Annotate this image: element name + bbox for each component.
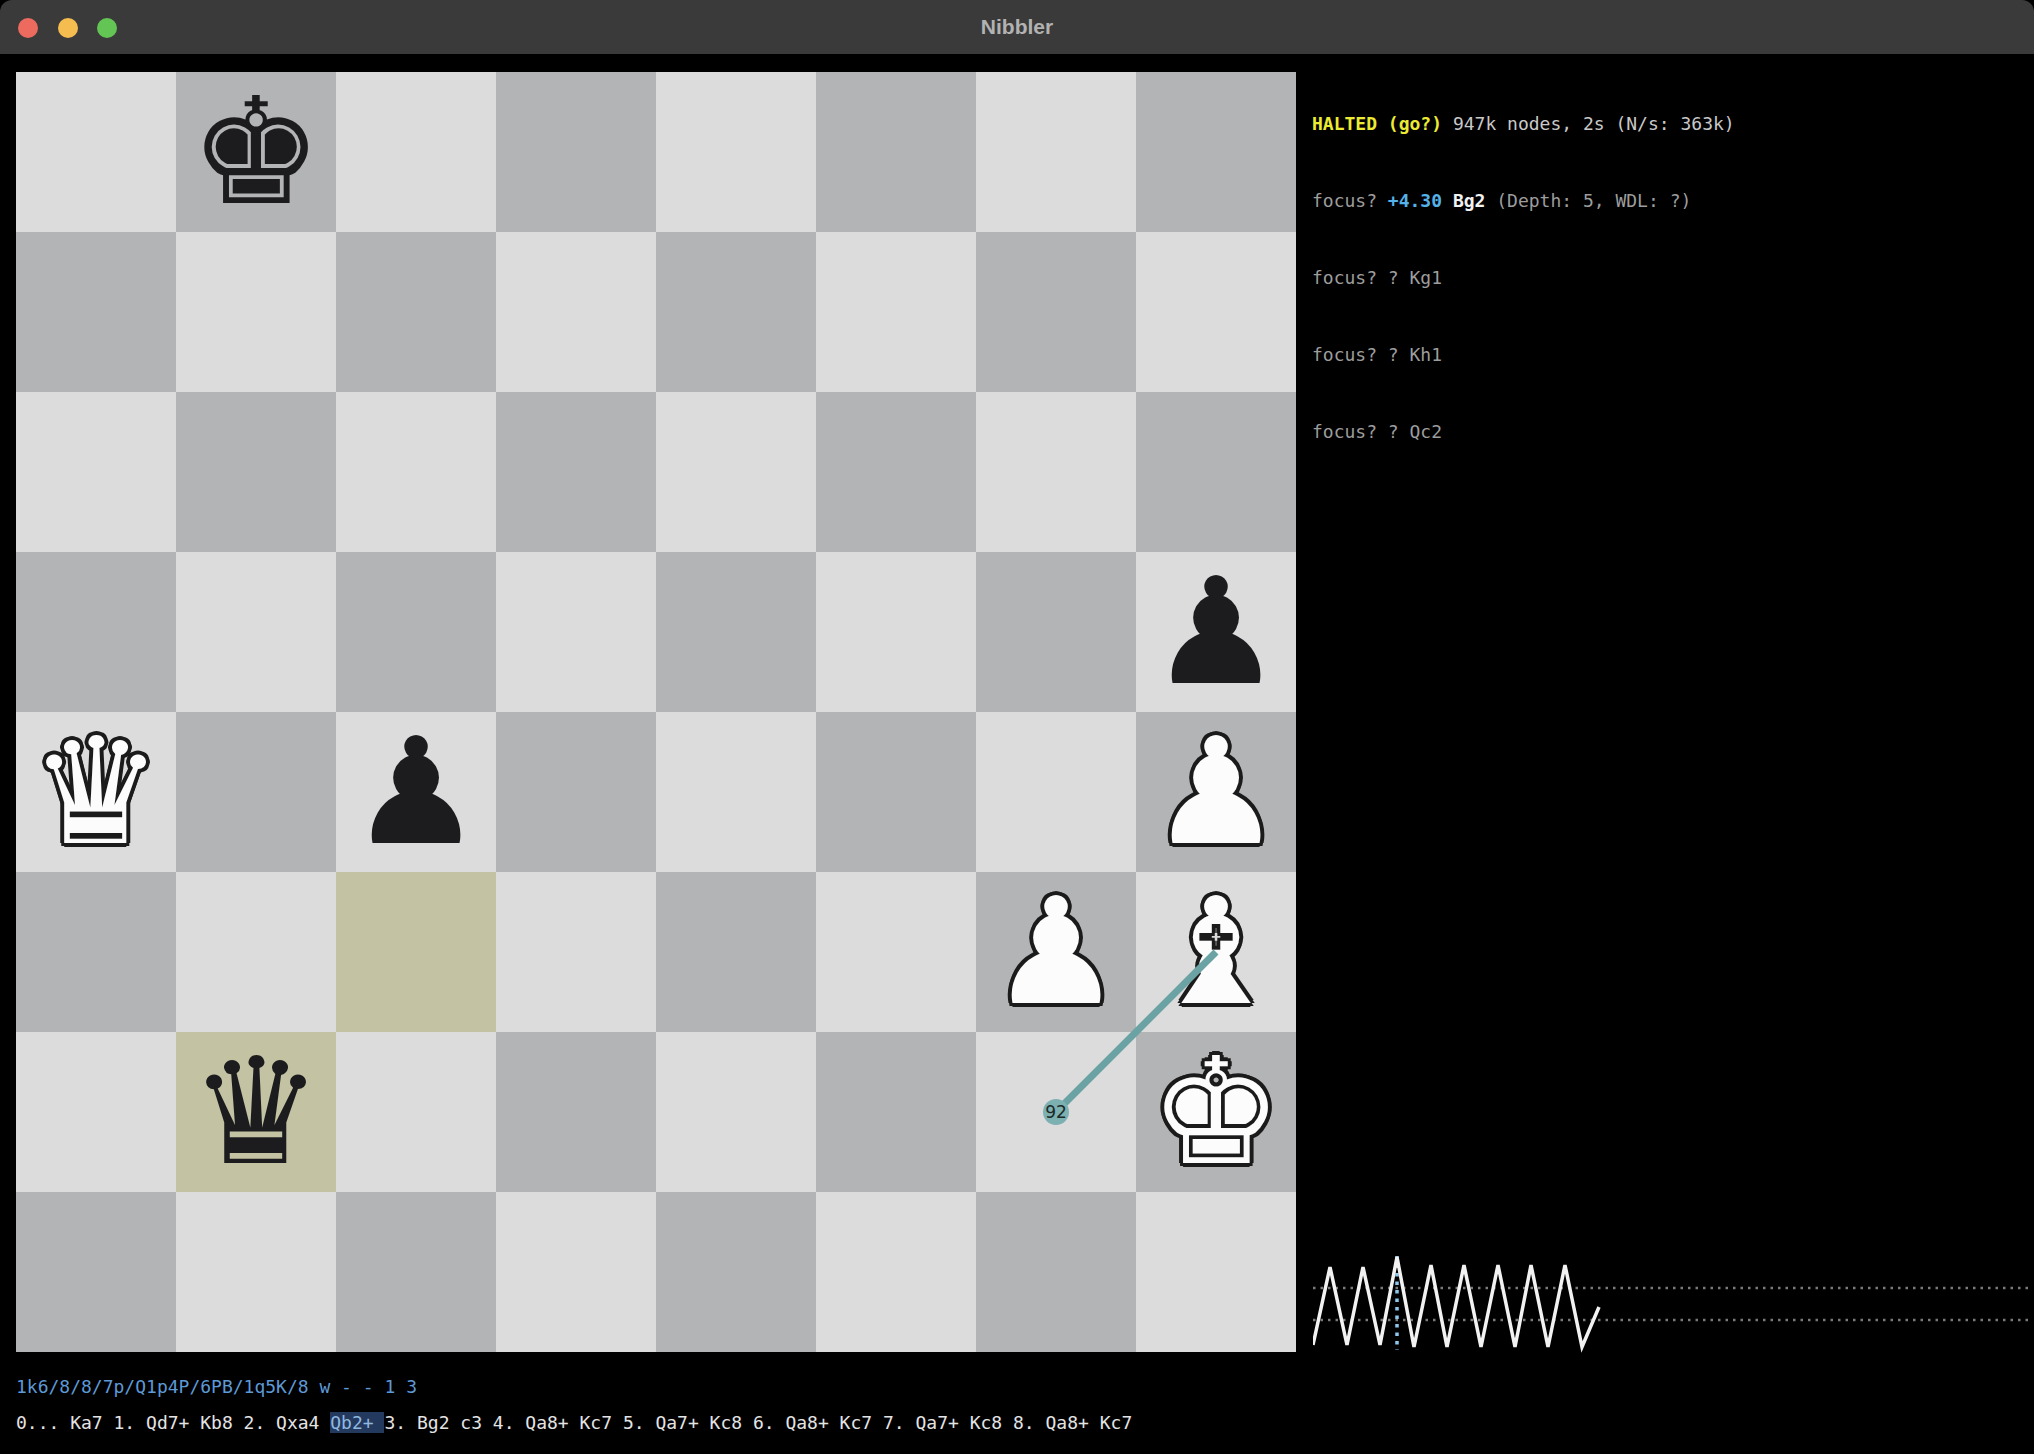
square-b4[interactable] (176, 712, 336, 872)
square-d3[interactable] (496, 872, 656, 1032)
square-a6[interactable] (16, 392, 176, 552)
square-g8[interactable] (976, 72, 1136, 232)
square-f7[interactable] (816, 232, 976, 392)
square-e5[interactable] (656, 552, 816, 712)
square-c2[interactable] (336, 1032, 496, 1192)
square-b6[interactable] (176, 392, 336, 552)
piece-black-queen: ♛ (190, 1032, 323, 1192)
square-g6[interactable] (976, 392, 1136, 552)
square-h7[interactable] (1136, 232, 1296, 392)
square-b5[interactable] (176, 552, 336, 712)
square-h6[interactable] (1136, 392, 1296, 552)
square-f4[interactable] (816, 712, 976, 872)
square-g4[interactable] (976, 712, 1136, 872)
square-h1[interactable] (1136, 1192, 1296, 1352)
square-g3[interactable]: ♟ (976, 872, 1136, 1032)
square-a8[interactable] (16, 72, 176, 232)
square-e6[interactable] (656, 392, 816, 552)
piece-white-king: ♚ (1150, 1032, 1283, 1192)
square-d6[interactable] (496, 392, 656, 552)
square-c1[interactable] (336, 1192, 496, 1352)
eval-graph[interactable] (1313, 1246, 2029, 1356)
square-h3[interactable]: ♝ (1136, 872, 1296, 1032)
square-d1[interactable] (496, 1192, 656, 1352)
square-a5[interactable] (16, 552, 176, 712)
square-c5[interactable] (336, 552, 496, 712)
square-e2[interactable] (656, 1032, 816, 1192)
moves-after-current[interactable]: 3. Bg2 c3 4. Qa8+ Kc7 5. Qa7+ Kc8 6. Qa8… (384, 1412, 1132, 1433)
pv1-prefix: focus? (1312, 190, 1388, 211)
square-d2[interactable] (496, 1032, 656, 1192)
square-f8[interactable] (816, 72, 976, 232)
piece-white-pawn: ♟ (1150, 712, 1283, 872)
chess-board[interactable]: ♚♟♛♟♟♟♝♛♚ (16, 72, 1296, 1352)
engine-pv-line-1[interactable]: focus? +4.30 Bg2 (Depth: 5, WDL: ?) (1312, 183, 1735, 218)
square-h5[interactable]: ♟ (1136, 552, 1296, 712)
square-b7[interactable] (176, 232, 336, 392)
piece-black-pawn: ♟ (350, 712, 483, 872)
pv1-depth-info: (Depth: 5, WDL: ?) (1485, 190, 1691, 211)
piece-white-pawn: ♟ (990, 872, 1123, 1032)
moves-before-current[interactable]: 0... Ka7 1. Qd7+ Kb8 2. Qxa4 (16, 1412, 330, 1433)
square-g2[interactable] (976, 1032, 1136, 1192)
fen-display: 1k6/8/8/7p/Q1p4P/6PB/1q5K/8 w - - 1 3 (16, 1376, 417, 1397)
square-g1[interactable] (976, 1192, 1136, 1352)
square-d4[interactable] (496, 712, 656, 872)
square-c8[interactable] (336, 72, 496, 232)
square-a3[interactable] (16, 872, 176, 1032)
engine-node-stats: 947k nodes, 2s (N/s: 363k) (1442, 113, 1735, 134)
square-a7[interactable] (16, 232, 176, 392)
square-a4[interactable]: ♛ (16, 712, 176, 872)
engine-status-line[interactable]: HALTED (go?) 947k nodes, 2s (N/s: 363k) (1312, 106, 1735, 141)
engine-pv-line-2[interactable]: focus? ? Kg1 (1312, 260, 1735, 295)
engine-pv-line-3[interactable]: focus? ? Kh1 (1312, 337, 1735, 372)
engine-pv-line-4[interactable]: focus? ? Qc2 (1312, 414, 1735, 449)
square-c4[interactable]: ♟ (336, 712, 496, 872)
engine-status: HALTED (go?) (1312, 113, 1442, 134)
eval-graph-line (1313, 1257, 1599, 1347)
square-b3[interactable] (176, 872, 336, 1032)
square-c6[interactable] (336, 392, 496, 552)
engine-info-panel: HALTED (go?) 947k nodes, 2s (N/s: 363k) … (1312, 64, 1735, 470)
square-a1[interactable] (16, 1192, 176, 1352)
square-f5[interactable] (816, 552, 976, 712)
square-e3[interactable] (656, 872, 816, 1032)
move-list[interactable]: 0... Ka7 1. Qd7+ Kb8 2. Qxa4 Qb2+ 3. Bg2… (16, 1412, 1132, 1433)
square-f3[interactable] (816, 872, 976, 1032)
square-e8[interactable] (656, 72, 816, 232)
square-h8[interactable] (1136, 72, 1296, 232)
square-d5[interactable] (496, 552, 656, 712)
square-a2[interactable] (16, 1032, 176, 1192)
square-h2[interactable]: ♚ (1136, 1032, 1296, 1192)
square-d8[interactable] (496, 72, 656, 232)
square-b1[interactable] (176, 1192, 336, 1352)
square-h4[interactable]: ♟ (1136, 712, 1296, 872)
square-d7[interactable] (496, 232, 656, 392)
pv1-move: Bg2 (1442, 190, 1485, 211)
current-move[interactable]: Qb2+ (330, 1412, 384, 1433)
square-f6[interactable] (816, 392, 976, 552)
title-bar: Nibbler (0, 0, 2034, 54)
piece-white-queen: ♛ (30, 712, 163, 872)
pv1-eval: +4.30 (1388, 190, 1442, 211)
square-g7[interactable] (976, 232, 1136, 392)
piece-black-pawn: ♟ (1150, 552, 1283, 712)
square-e4[interactable] (656, 712, 816, 872)
square-b8[interactable]: ♚ (176, 72, 336, 232)
piece-white-bishop: ♝ (1150, 872, 1283, 1032)
square-g5[interactable] (976, 552, 1136, 712)
square-f1[interactable] (816, 1192, 976, 1352)
square-c7[interactable] (336, 232, 496, 392)
square-c3[interactable] (336, 872, 496, 1032)
square-b2[interactable]: ♛ (176, 1032, 336, 1192)
square-f2[interactable] (816, 1032, 976, 1192)
piece-black-king: ♚ (190, 72, 323, 232)
window-title: Nibbler (0, 0, 2034, 54)
square-e1[interactable] (656, 1192, 816, 1352)
square-e7[interactable] (656, 232, 816, 392)
